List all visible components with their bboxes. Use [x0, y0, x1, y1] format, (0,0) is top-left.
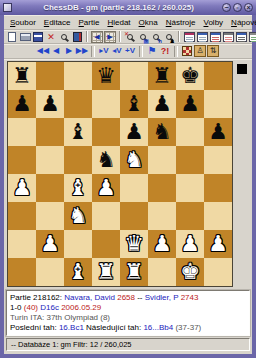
white-pawn: ♟ [40, 230, 60, 258]
toolbar-separator [178, 31, 180, 42]
title-bar[interactable]: ChessDB - gm (partie 218.162 / 260.025) … [0, 0, 256, 15]
square-b1[interactable] [36, 258, 64, 286]
reset-filter-icon[interactable]: ✕ [124, 31, 136, 43]
minimize-button[interactable]: − [222, 3, 231, 12]
square-e6[interactable]: ♟ [120, 118, 148, 146]
status-text: -- Databáze 1: gm Filtr: 12 / 260,025 [11, 340, 131, 349]
square-c3[interactable]: ♞ [64, 202, 92, 230]
menu-napoveda[interactable]: Nápověda [227, 17, 256, 28]
square-d7[interactable] [92, 90, 120, 118]
square-h4[interactable] [204, 174, 232, 202]
toolbar-separator [86, 31, 88, 42]
game-info-line-2: 1-0 (40) D16c 2006.05.29 [10, 303, 246, 313]
menu-nastroje[interactable]: Nástroje [162, 17, 200, 28]
black-pawn: ♟ [40, 90, 60, 118]
game-info-line-3: Turin ITA: 37th Olympiad (8) [10, 313, 246, 323]
square-h7[interactable] [204, 90, 232, 118]
finder-icon[interactable] [58, 31, 70, 43]
square-d5[interactable]: ♞ [92, 146, 120, 174]
white-bishop: ♝ [68, 174, 88, 202]
square-f8[interactable]: ♜ [148, 62, 176, 90]
game-info-line-4: Poslední tah: 16.Bc1 Následující tah: 16… [10, 323, 246, 333]
black-bishop: ♝ [124, 90, 144, 118]
header-search-icon[interactable]: h [150, 31, 162, 43]
square-g8[interactable]: ♚ [176, 62, 204, 90]
next-game-icon[interactable]: ▶ [104, 31, 116, 43]
black-pawn: ♟ [12, 90, 32, 118]
open-database-icon[interactable] [19, 31, 31, 43]
black-knight: ♞ [96, 146, 116, 174]
square-d6[interactable] [92, 118, 120, 146]
toolbar-separator [139, 46, 143, 57]
square-c5[interactable] [64, 146, 92, 174]
first-move-icon[interactable]: ◀◀ [37, 45, 49, 57]
menu-volby[interactable]: Volby [200, 17, 228, 28]
square-c2[interactable] [64, 230, 92, 258]
board-search-icon[interactable]: ▦ [137, 31, 149, 43]
black-pawn: ♟ [124, 118, 144, 146]
square-d4[interactable]: ♟ [92, 174, 120, 202]
comment-editor-icon[interactable]: ?! [159, 45, 171, 57]
add-variation-icon[interactable]: +V [124, 45, 136, 57]
white-pawn: ♟ [12, 174, 32, 202]
square-e5[interactable]: ♞ [120, 146, 148, 174]
black-pawn: ♟ [208, 118, 228, 146]
square-e8[interactable] [120, 62, 148, 90]
square-c1[interactable]: ♝ [64, 258, 92, 286]
window-title: ChessDB - gm (partie 218.162 / 260.025) [15, 3, 222, 12]
square-a2[interactable] [8, 230, 36, 258]
white-rook: ♜ [124, 258, 144, 286]
square-f7[interactable]: ♟ [148, 90, 176, 118]
prev-move-icon[interactable]: ◀ [50, 45, 62, 57]
window-buttons: −▫× [222, 3, 253, 12]
square-e7[interactable]: ♝ [120, 90, 148, 118]
square-f6[interactable]: ♞ [148, 118, 176, 146]
game-info-line-1: Partie 218162: Navara, David 2658 -- Svi… [10, 293, 246, 303]
square-g4[interactable] [176, 174, 204, 202]
save-game-icon[interactable] [32, 31, 44, 43]
square-a1[interactable] [8, 258, 36, 286]
square-b8[interactable] [36, 62, 64, 90]
eco-browser-window-icon[interactable] [248, 31, 256, 43]
square-g1[interactable]: ♚ [176, 258, 204, 286]
white-knight: ♞ [124, 146, 144, 174]
white-pawn: ♟ [96, 174, 116, 202]
tournament-finder-window-icon[interactable] [222, 31, 234, 43]
maintenance-window-icon[interactable] [235, 31, 247, 43]
square-g6[interactable] [176, 118, 204, 146]
enter-variation-icon[interactable]: ▸V [98, 45, 110, 57]
square-c4[interactable]: ♝ [64, 174, 92, 202]
square-d3[interactable] [92, 202, 120, 230]
material-window-icon[interactable] [181, 45, 193, 57]
prev-game-icon[interactable]: ◀ [91, 31, 103, 43]
player-finder-window-icon[interactable] [209, 31, 221, 43]
menu-hledat[interactable]: Hledat [103, 17, 134, 28]
menu-partie[interactable]: Partie [75, 17, 104, 28]
black-pawn: ♟ [152, 90, 172, 118]
square-h1[interactable] [204, 258, 232, 286]
square-c6[interactable]: ♝ [64, 118, 92, 146]
white-pawn: ♟ [152, 230, 172, 258]
game-info-panel: Partie 218162: Navara, David 2658 -- Svi… [6, 290, 250, 336]
square-e3[interactable] [120, 202, 148, 230]
last-move-icon[interactable]: ▶▶ [76, 45, 88, 57]
square-g2[interactable]: ♟ [176, 230, 204, 258]
board-area: ♜♛♜♚♟♟♝♟♟♝♟♞♟♞♞♟♝♟♞♟♛♟♟♟♝♜♜♚ [7, 61, 252, 287]
square-h6[interactable]: ♟ [204, 118, 232, 146]
square-f3[interactable] [148, 202, 176, 230]
black-bishop: ♝ [68, 118, 88, 146]
square-a8[interactable]: ♜ [8, 62, 36, 90]
status-bar: -- Databáze 1: gm Filtr: 12 / 260,025 [6, 338, 250, 351]
autoplay-icon[interactable]: ⚑ [146, 45, 158, 57]
black-rook: ♜ [152, 62, 172, 90]
square-b6[interactable] [36, 118, 64, 146]
square-d8[interactable]: ♛ [92, 62, 120, 90]
square-a4[interactable]: ♟ [8, 174, 36, 202]
exit-variation-icon[interactable]: ◂V [111, 45, 123, 57]
square-a6[interactable] [8, 118, 36, 146]
square-h8[interactable] [204, 62, 232, 90]
square-f4[interactable] [148, 174, 176, 202]
close-button[interactable]: × [244, 3, 253, 12]
menu-bar: SouborEditacePartieHledatOknaNástrojeVol… [4, 16, 252, 30]
new-database-icon[interactable] [6, 31, 18, 43]
square-a5[interactable] [8, 146, 36, 174]
white-bishop: ♝ [68, 258, 88, 286]
black-knight: ♞ [152, 118, 172, 146]
flip-board-icon[interactable]: ⇅ [207, 45, 219, 57]
square-h2[interactable]: ♟ [204, 230, 232, 258]
black-queen: ♛ [96, 62, 116, 90]
square-c7[interactable] [64, 90, 92, 118]
black-rook: ♜ [12, 62, 32, 90]
white-pawn: ♟ [208, 230, 228, 258]
chess-board: ♜♛♜♚♟♟♝♟♟♝♟♞♟♞♞♟♝♟♞♟♛♟♟♟♝♜♜♚ [7, 61, 233, 287]
square-b4[interactable] [36, 174, 64, 202]
game-list-window-icon[interactable] [183, 31, 195, 43]
navigation-toolbar: ◀◀◀▶▶▶▸V◂V+V⚑?!♙⇅ [4, 44, 252, 59]
square-e4[interactable] [120, 174, 148, 202]
bookmark-icon[interactable] [71, 31, 83, 43]
white-pawn: ♟ [180, 230, 200, 258]
toolbar-separator [91, 46, 95, 57]
square-g5[interactable] [176, 146, 204, 174]
setup-board-icon[interactable]: ♙ [194, 45, 206, 57]
black-king: ♚ [180, 62, 200, 90]
pgn-window-icon[interactable] [196, 31, 208, 43]
square-b2[interactable]: ♟ [36, 230, 64, 258]
material-search-icon[interactable]: ♟ [163, 31, 175, 43]
side-to-move-indicator [237, 64, 247, 74]
square-f1[interactable] [148, 258, 176, 286]
square-g3[interactable] [176, 202, 204, 230]
menu-soubor[interactable]: Soubor [6, 17, 40, 28]
square-e2[interactable]: ♛ [120, 230, 148, 258]
square-b3[interactable] [36, 202, 64, 230]
white-king: ♚ [180, 258, 200, 286]
square-c8[interactable] [64, 62, 92, 90]
maximize-button[interactable]: ▫ [233, 3, 242, 12]
white-rook: ♜ [96, 258, 116, 286]
main-toolbar: ✕◀▶✕▦h♟ [4, 30, 252, 44]
menu-okna[interactable]: Okna [135, 17, 162, 28]
window-menu-icon[interactable] [3, 3, 12, 12]
square-h5[interactable] [204, 146, 232, 174]
white-knight: ♞ [68, 202, 88, 230]
toolbar-separator [119, 31, 121, 42]
square-f5[interactable] [148, 146, 176, 174]
black-pawn: ♟ [180, 90, 200, 118]
white-queen: ♛ [124, 230, 144, 258]
square-g7[interactable]: ♟ [176, 90, 204, 118]
window-content: SouborEditacePartieHledatOknaNástrojeVol… [4, 15, 252, 354]
close-database-icon[interactable]: ✕ [45, 31, 57, 43]
square-e1[interactable]: ♜ [120, 258, 148, 286]
square-b5[interactable] [36, 146, 64, 174]
square-d1[interactable]: ♜ [92, 258, 120, 286]
next-move-icon[interactable]: ▶ [63, 45, 75, 57]
square-a3[interactable] [8, 202, 36, 230]
menu-editace[interactable]: Editace [40, 17, 75, 28]
square-b7[interactable]: ♟ [36, 90, 64, 118]
square-a7[interactable]: ♟ [8, 90, 36, 118]
square-d2[interactable] [92, 230, 120, 258]
square-f2[interactable]: ♟ [148, 230, 176, 258]
square-h3[interactable] [204, 202, 232, 230]
toolbar-separator [174, 46, 178, 57]
app-window: ChessDB - gm (partie 218.162 / 260.025) … [0, 0, 256, 358]
